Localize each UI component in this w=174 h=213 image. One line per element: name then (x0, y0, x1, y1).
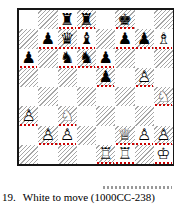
square-d1 (77, 145, 96, 164)
square-e7 (96, 29, 115, 48)
square-b6 (38, 49, 57, 68)
caption-text: White to move (1000CC-238) (23, 191, 155, 203)
square-f4 (115, 87, 134, 106)
square-c1 (58, 145, 77, 164)
square-f3 (115, 106, 134, 125)
piece-black-pawn: ♟ (115, 29, 134, 48)
square-h1: ♚♔ (154, 145, 173, 164)
dotted-rule (103, 186, 172, 189)
square-f5 (115, 68, 134, 87)
piece-outline-layer: ♘ (60, 108, 74, 124)
piece-glyph: ♜ (79, 11, 93, 27)
square-e8 (96, 10, 115, 29)
piece-white-pawn: ♟♙ (38, 126, 57, 145)
square-e3 (96, 106, 115, 125)
square-c7: ♛ (58, 29, 77, 48)
square-h7: ♝♗ (154, 29, 173, 48)
square-g3 (135, 106, 154, 125)
square-c6: ♞ (58, 49, 77, 68)
square-h5 (154, 68, 173, 87)
square-d8: ♜ (77, 10, 96, 29)
piece-black-pawn: ♟ (96, 68, 115, 87)
piece-outline-layer: ♔ (156, 146, 170, 162)
piece-black-knight: ♞ (58, 49, 77, 68)
piece-white-knight: ♞♘ (58, 106, 77, 125)
square-e5: ♟ (96, 68, 115, 87)
piece-black-rook: ♜ (58, 10, 77, 29)
piece-glyph: ♜ (60, 11, 74, 27)
piece-glyph: ♟ (98, 50, 112, 66)
square-a8 (19, 10, 38, 29)
square-b3 (38, 106, 57, 125)
piece-black-pawn: ♟ (19, 49, 38, 68)
square-d5 (77, 68, 96, 87)
square-g8 (135, 10, 154, 29)
square-d3 (77, 106, 96, 125)
piece-black-king: ♚ (115, 10, 134, 29)
square-f1: ♜♖ (115, 145, 134, 164)
square-b4 (38, 87, 57, 106)
piece-glyph: ♝ (79, 31, 93, 47)
piece-glyph: ♟ (137, 31, 151, 47)
square-h3 (154, 106, 173, 125)
square-e4 (96, 87, 115, 106)
square-d6: ♞ (77, 49, 96, 68)
square-b5 (38, 68, 57, 87)
piece-glyph: ♟ (98, 69, 112, 85)
square-g2: ♟♙ (135, 126, 154, 145)
square-e6: ♟ (96, 49, 115, 68)
square-h8 (154, 10, 173, 29)
piece-glyph: ♟ (21, 50, 35, 66)
piece-black-pawn: ♟ (96, 49, 115, 68)
piece-white-pawn: ♟♙ (135, 126, 154, 145)
piece-black-bishop: ♝ (77, 29, 96, 48)
square-c2: ♟♙ (58, 126, 77, 145)
square-b1 (38, 145, 57, 164)
square-c4 (58, 87, 77, 106)
piece-outline-layer: ♕ (118, 127, 132, 143)
square-c8: ♜ (58, 10, 77, 29)
piece-white-king: ♚♔ (154, 145, 173, 164)
piece-white-pawn: ♟♙ (154, 126, 173, 145)
piece-glyph: ♞ (60, 50, 74, 66)
piece-outline-layer: ♗ (156, 31, 170, 47)
piece-outline-layer: ♖ (118, 146, 132, 162)
square-a5 (19, 68, 38, 87)
square-c3: ♞♘ (58, 106, 77, 125)
piece-black-queen: ♛ (58, 29, 77, 48)
square-c5 (58, 68, 77, 87)
chess-board: ♜♜♚♟♛♝♟♟♝♗♟♞♞♟♟♟♙♞♘♟♙♞♘♟♙♟♙♛♕♟♙♟♙♜♖♜♖♚♔ (17, 8, 174, 166)
piece-white-pawn: ♟♙ (58, 126, 77, 145)
square-d4 (77, 87, 96, 106)
square-a1 (19, 145, 38, 164)
caption-number: 19. (2, 191, 16, 203)
diagram-caption: 19.White to move (1000CC-238) (2, 191, 174, 203)
square-g6 (135, 49, 154, 68)
piece-white-queen: ♛♕ (115, 126, 134, 145)
square-g7: ♟ (135, 29, 154, 48)
square-e2 (96, 126, 115, 145)
square-g1 (135, 145, 154, 164)
square-a7 (19, 29, 38, 48)
square-d7: ♝ (77, 29, 96, 48)
square-a3: ♟♙ (19, 106, 38, 125)
piece-outline-layer: ♙ (156, 127, 170, 143)
piece-black-knight: ♞ (77, 49, 96, 68)
piece-outline-layer: ♖ (98, 146, 112, 162)
square-f7: ♟ (115, 29, 134, 48)
piece-glyph: ♚ (118, 11, 132, 27)
square-e1: ♜♖ (96, 145, 115, 164)
square-f6 (115, 49, 134, 68)
square-b7: ♟ (38, 29, 57, 48)
square-a2 (19, 126, 38, 145)
square-d2 (77, 126, 96, 145)
square-h6 (154, 49, 173, 68)
square-f2: ♛♕ (115, 126, 134, 145)
piece-outline-layer: ♙ (21, 108, 35, 124)
piece-white-knight: ♞♘ (154, 87, 173, 106)
piece-glyph: ♛ (60, 31, 74, 47)
square-a6: ♟ (19, 49, 38, 68)
piece-outline-layer: ♘ (156, 88, 170, 104)
piece-glyph: ♞ (79, 50, 93, 66)
piece-black-pawn: ♟ (135, 29, 154, 48)
piece-outline-layer: ♙ (41, 127, 55, 143)
square-a4 (19, 87, 38, 106)
square-h2: ♟♙ (154, 126, 173, 145)
piece-white-rook: ♜♖ (96, 145, 115, 164)
square-g5: ♟♙ (135, 68, 154, 87)
square-b8 (38, 10, 57, 29)
piece-white-rook: ♜♖ (115, 145, 134, 164)
piece-black-pawn: ♟ (38, 29, 57, 48)
square-b2: ♟♙ (38, 126, 57, 145)
piece-outline-layer: ♙ (60, 127, 74, 143)
piece-outline-layer: ♙ (137, 127, 151, 143)
piece-white-pawn: ♟♙ (19, 106, 38, 125)
piece-outline-layer: ♙ (137, 69, 151, 85)
piece-glyph: ♟ (118, 31, 132, 47)
piece-white-bishop: ♝♗ (154, 29, 173, 48)
square-f8: ♚ (115, 10, 134, 29)
piece-glyph: ♟ (41, 31, 55, 47)
piece-white-pawn: ♟♙ (135, 68, 154, 87)
piece-black-rook: ♜ (77, 10, 96, 29)
square-h4: ♞♘ (154, 87, 173, 106)
square-g4 (135, 87, 154, 106)
